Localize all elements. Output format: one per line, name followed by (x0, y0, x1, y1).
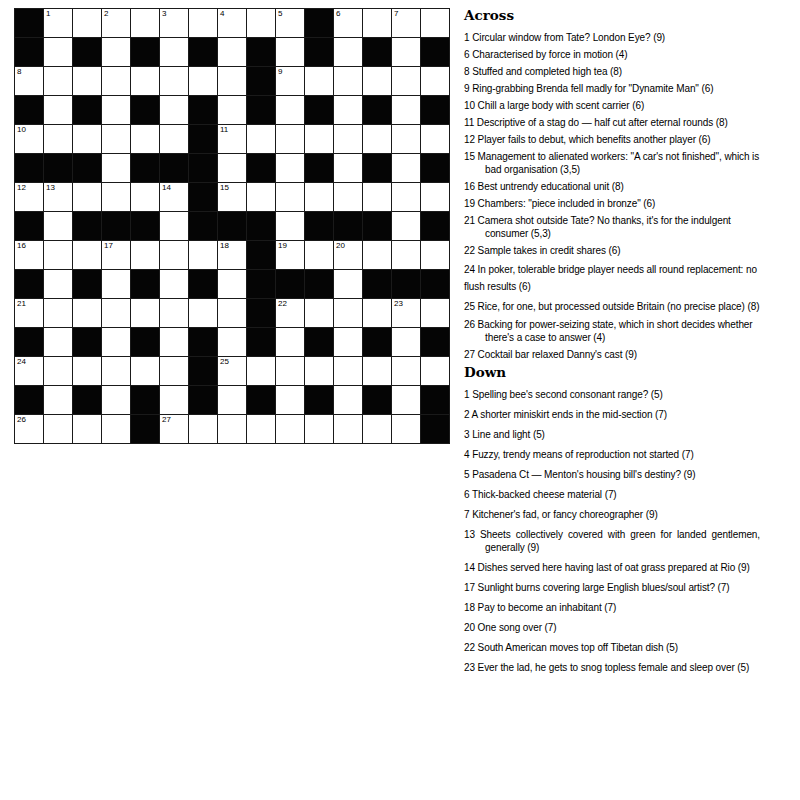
white-cell[interactable] (131, 9, 159, 37)
black-cell (247, 67, 275, 95)
white-cell[interactable] (421, 67, 449, 95)
white-cell[interactable] (305, 67, 333, 95)
black-cell (247, 96, 275, 124)
white-cell[interactable] (276, 183, 304, 211)
black-cell (73, 38, 101, 66)
black-cell (102, 212, 130, 240)
white-cell[interactable] (160, 386, 188, 414)
white-cell[interactable] (218, 328, 246, 356)
white-cell[interactable] (218, 270, 246, 298)
black-cell (189, 386, 217, 414)
black-cell (305, 154, 333, 182)
across-clues: 1 Circular window from Tate? London Eye?… (464, 31, 760, 361)
white-cell[interactable] (363, 241, 391, 269)
white-cell[interactable] (44, 38, 72, 66)
black-cell (334, 212, 362, 240)
white-cell[interactable] (334, 67, 362, 95)
white-cell[interactable] (392, 212, 420, 240)
white-cell[interactable] (218, 386, 246, 414)
white-cell[interactable] (392, 357, 420, 385)
cell-number: 19 (278, 241, 287, 251)
black-cell (363, 154, 391, 182)
black-cell (305, 96, 333, 124)
white-cell[interactable] (305, 125, 333, 153)
white-cell[interactable] (160, 96, 188, 124)
white-cell[interactable] (247, 183, 275, 211)
across-clue-27: 27 Cocktail bar relaxed Danny's cast (9) (464, 348, 760, 361)
white-cell[interactable] (334, 154, 362, 182)
down-clue-22: 22 South American moves top off Tibetan … (464, 641, 760, 654)
white-cell[interactable] (44, 270, 72, 298)
white-cell[interactable] (247, 415, 275, 443)
white-cell[interactable] (218, 96, 246, 124)
white-cell[interactable] (131, 241, 159, 269)
white-cell[interactable]: 26 (15, 415, 43, 443)
across-clue-24: 24 In poker, tolerable bridge player nee… (464, 261, 760, 295)
white-cell[interactable] (276, 386, 304, 414)
black-cell (392, 270, 420, 298)
white-cell[interactable]: 25 (218, 357, 246, 385)
black-cell (189, 328, 217, 356)
black-cell (421, 415, 449, 443)
black-cell (363, 270, 391, 298)
black-cell (131, 154, 159, 182)
white-cell[interactable]: 9 (276, 67, 304, 95)
white-cell[interactable] (218, 299, 246, 327)
white-cell[interactable] (421, 357, 449, 385)
white-cell[interactable] (334, 38, 362, 66)
white-cell[interactable] (276, 38, 304, 66)
white-cell[interactable]: 20 (334, 241, 362, 269)
white-cell[interactable]: 7 (392, 9, 420, 37)
white-cell[interactable] (363, 9, 391, 37)
black-cell (247, 212, 275, 240)
white-cell[interactable] (305, 299, 333, 327)
white-cell[interactable]: 24 (15, 357, 43, 385)
white-cell[interactable] (218, 415, 246, 443)
down-clue-2: 2 A shorter miniskirt ends in the mid-se… (464, 408, 760, 421)
black-cell (15, 270, 43, 298)
white-cell[interactable] (421, 9, 449, 37)
black-cell (305, 9, 333, 37)
crossword-grid: 1234567891011121314151617181920212223242… (14, 8, 450, 444)
white-cell[interactable] (44, 299, 72, 327)
black-cell (73, 96, 101, 124)
cell-number: 21 (17, 299, 26, 309)
black-cell (131, 415, 159, 443)
cell-number: 27 (162, 415, 171, 425)
black-cell (363, 212, 391, 240)
white-cell[interactable]: 23 (392, 299, 420, 327)
black-cell (131, 328, 159, 356)
white-cell[interactable]: 22 (276, 299, 304, 327)
white-cell[interactable]: 13 (44, 183, 72, 211)
white-cell[interactable] (102, 357, 130, 385)
black-cell (305, 212, 333, 240)
black-cell (247, 38, 275, 66)
cell-number: 25 (220, 357, 229, 367)
white-cell[interactable] (334, 386, 362, 414)
black-cell (421, 96, 449, 124)
white-cell[interactable] (131, 357, 159, 385)
cell-number: 23 (394, 299, 403, 309)
black-cell (73, 212, 101, 240)
white-cell[interactable] (363, 415, 391, 443)
cell-number: 14 (162, 183, 171, 193)
black-cell (363, 328, 391, 356)
black-cell (189, 38, 217, 66)
white-cell[interactable] (276, 328, 304, 356)
white-cell[interactable]: 14 (160, 183, 188, 211)
black-cell (218, 212, 246, 240)
white-cell[interactable] (73, 125, 101, 153)
black-cell (421, 386, 449, 414)
cell-number: 26 (17, 415, 26, 425)
across-clue-19: 19 Chambers: "piece included in bronze" … (464, 197, 760, 210)
white-cell[interactable] (392, 125, 420, 153)
white-cell[interactable] (392, 328, 420, 356)
white-cell[interactable]: 10 (15, 125, 43, 153)
across-clue-15: 15 Management to alienated workers: "A c… (464, 150, 760, 176)
white-cell[interactable]: 3 (160, 9, 188, 37)
down-clue-4: 4 Fuzzy, trendy means of reproduction no… (464, 448, 760, 461)
black-cell (247, 154, 275, 182)
white-cell[interactable]: 11 (218, 125, 246, 153)
white-cell[interactable] (392, 96, 420, 124)
white-cell[interactable] (392, 154, 420, 182)
cell-number: 4 (220, 9, 224, 19)
black-cell (189, 125, 217, 153)
white-cell[interactable]: 19 (276, 241, 304, 269)
cell-number: 5 (278, 9, 282, 19)
white-cell[interactable] (73, 357, 101, 385)
black-cell (15, 328, 43, 356)
down-clue-18: 18 Pay to become an inhabitant (7) (464, 601, 760, 614)
black-cell (305, 270, 333, 298)
black-cell (189, 270, 217, 298)
white-cell[interactable] (305, 415, 333, 443)
down-clue-20: 20 One song over (7) (464, 621, 760, 634)
cell-number: 1 (46, 9, 50, 19)
black-cell (15, 154, 43, 182)
cell-number: 16 (17, 241, 26, 251)
white-cell[interactable] (363, 299, 391, 327)
down-clue-14: 14 Dishes served here having last of oat… (464, 561, 760, 574)
down-clue-23: 23 Ever the lad, he gets to snog topless… (464, 661, 760, 674)
white-cell[interactable] (102, 270, 130, 298)
white-cell[interactable] (73, 241, 101, 269)
cell-number: 20 (336, 241, 345, 251)
white-cell[interactable] (247, 125, 275, 153)
black-cell (73, 270, 101, 298)
cell-number: 15 (220, 183, 229, 193)
white-cell[interactable] (73, 183, 101, 211)
white-cell[interactable]: 4 (218, 9, 246, 37)
white-cell[interactable] (160, 270, 188, 298)
white-cell[interactable] (189, 415, 217, 443)
white-cell[interactable] (276, 96, 304, 124)
cell-number: 12 (17, 183, 26, 193)
black-cell (276, 270, 304, 298)
white-cell[interactable] (392, 183, 420, 211)
across-clue-11: 11 Descriptive of a stag do — half cut a… (464, 116, 760, 129)
white-cell[interactable] (334, 357, 362, 385)
black-cell (421, 328, 449, 356)
black-cell (363, 386, 391, 414)
white-cell[interactable]: 8 (15, 67, 43, 95)
black-cell (247, 241, 275, 269)
white-cell[interactable] (276, 212, 304, 240)
black-cell (160, 154, 188, 182)
white-cell[interactable] (44, 212, 72, 240)
black-cell (131, 386, 159, 414)
white-cell[interactable] (334, 125, 362, 153)
white-cell[interactable] (44, 241, 72, 269)
across-heading: Across (464, 8, 760, 23)
white-cell[interactable] (276, 125, 304, 153)
white-cell[interactable] (131, 299, 159, 327)
white-cell[interactable] (334, 183, 362, 211)
white-cell[interactable] (305, 183, 333, 211)
white-cell[interactable] (44, 328, 72, 356)
across-clue-1: 1 Circular window from Tate? London Eye?… (464, 31, 760, 44)
cell-number: 13 (46, 183, 55, 193)
black-cell (189, 96, 217, 124)
down-clues: 1 Spelling bee's second consonant range?… (464, 388, 760, 674)
black-cell (73, 154, 101, 182)
white-cell[interactable] (131, 125, 159, 153)
white-cell[interactable] (334, 270, 362, 298)
black-cell (305, 38, 333, 66)
white-cell[interactable] (305, 357, 333, 385)
black-cell (305, 328, 333, 356)
white-cell[interactable] (189, 241, 217, 269)
white-cell[interactable] (334, 328, 362, 356)
down-clue-13: 13 Sheets collectively covered with gree… (464, 528, 760, 554)
white-cell[interactable] (392, 415, 420, 443)
white-cell[interactable] (160, 125, 188, 153)
white-cell[interactable]: 15 (218, 183, 246, 211)
white-cell[interactable] (276, 415, 304, 443)
white-cell[interactable] (334, 96, 362, 124)
cell-number: 8 (17, 67, 21, 77)
white-cell[interactable] (363, 183, 391, 211)
across-clue-21: 21 Camera shot outside Tate? No thanks, … (464, 214, 760, 240)
black-cell (131, 38, 159, 66)
white-cell[interactable] (44, 415, 72, 443)
across-clue-26: 26 Backing for power-seizing state, whic… (464, 318, 760, 344)
white-cell[interactable] (392, 386, 420, 414)
cell-number: 17 (104, 241, 113, 251)
white-cell[interactable] (247, 357, 275, 385)
white-cell[interactable] (189, 67, 217, 95)
white-cell[interactable] (334, 415, 362, 443)
across-clue-8: 8 Stuffed and completed high tea (8) (464, 65, 760, 78)
across-clue-9: 9 Ring-grabbing Brenda fell madly for "D… (464, 82, 760, 95)
black-cell (363, 96, 391, 124)
black-cell (421, 270, 449, 298)
white-cell[interactable]: 2 (102, 9, 130, 37)
white-cell[interactable] (102, 183, 130, 211)
black-cell (131, 270, 159, 298)
cell-number: 6 (336, 9, 340, 19)
white-cell[interactable] (102, 125, 130, 153)
white-cell[interactable]: 18 (218, 241, 246, 269)
cell-number: 22 (278, 299, 287, 309)
white-cell[interactable] (247, 9, 275, 37)
white-cell[interactable] (131, 183, 159, 211)
white-cell[interactable] (189, 299, 217, 327)
white-cell[interactable] (44, 125, 72, 153)
black-cell (44, 154, 72, 182)
across-clue-12: 12 Player fails to debut, which benefits… (464, 133, 760, 146)
black-cell (421, 38, 449, 66)
black-cell (15, 386, 43, 414)
down-clue-3: 3 Line and light (5) (464, 428, 760, 441)
white-cell[interactable]: 1 (44, 9, 72, 37)
black-cell (189, 357, 217, 385)
white-cell[interactable] (44, 386, 72, 414)
white-cell[interactable] (44, 357, 72, 385)
white-cell[interactable] (73, 299, 101, 327)
white-cell[interactable] (73, 67, 101, 95)
black-cell (15, 212, 43, 240)
white-cell[interactable] (160, 241, 188, 269)
white-cell[interactable] (392, 38, 420, 66)
black-cell (15, 9, 43, 37)
black-cell (131, 212, 159, 240)
across-clue-10: 10 Chill a large body with scent carrier… (464, 99, 760, 112)
black-cell (73, 328, 101, 356)
white-cell[interactable] (392, 67, 420, 95)
white-cell[interactable]: 27 (160, 415, 188, 443)
white-cell[interactable] (102, 415, 130, 443)
white-cell[interactable]: 5 (276, 9, 304, 37)
black-cell (363, 38, 391, 66)
white-cell[interactable] (73, 415, 101, 443)
white-cell[interactable] (421, 299, 449, 327)
white-cell[interactable] (73, 9, 101, 37)
white-cell[interactable] (218, 154, 246, 182)
across-clue-25: 25 Rice, for one, but processed outside … (464, 298, 760, 315)
cell-number: 7 (394, 9, 398, 19)
black-cell (15, 96, 43, 124)
black-cell (189, 212, 217, 240)
black-cell (189, 183, 217, 211)
white-cell[interactable] (363, 357, 391, 385)
black-cell (247, 299, 275, 327)
white-cell[interactable] (44, 67, 72, 95)
down-clue-6: 6 Thick-backed cheese material (7) (464, 488, 760, 501)
white-cell[interactable] (102, 67, 130, 95)
down-heading: Down (464, 365, 760, 380)
black-cell (73, 386, 101, 414)
down-clue-5: 5 Pasadena Ct — Menton's housing bill's … (464, 468, 760, 481)
white-cell[interactable] (160, 357, 188, 385)
white-cell[interactable] (421, 183, 449, 211)
white-cell[interactable] (160, 299, 188, 327)
white-cell[interactable] (102, 38, 130, 66)
white-cell[interactable] (305, 241, 333, 269)
white-cell[interactable] (363, 125, 391, 153)
black-cell (421, 212, 449, 240)
black-cell (15, 38, 43, 66)
white-cell[interactable] (276, 154, 304, 182)
white-cell[interactable] (218, 67, 246, 95)
white-cell[interactable]: 21 (15, 299, 43, 327)
white-cell[interactable] (102, 328, 130, 356)
white-cell[interactable] (102, 96, 130, 124)
cell-number: 3 (162, 9, 166, 19)
white-cell[interactable]: 17 (102, 241, 130, 269)
cell-number: 2 (104, 9, 108, 19)
down-clue-1: 1 Spelling bee's second consonant range?… (464, 388, 760, 401)
cell-number: 18 (220, 241, 229, 251)
white-cell[interactable] (421, 125, 449, 153)
black-cell (189, 154, 217, 182)
white-cell[interactable] (102, 299, 130, 327)
white-cell[interactable] (363, 67, 391, 95)
cell-number: 9 (278, 67, 282, 77)
white-cell[interactable] (218, 38, 246, 66)
black-cell (247, 270, 275, 298)
white-cell[interactable]: 6 (334, 9, 362, 37)
white-cell[interactable] (392, 241, 420, 269)
black-cell (421, 154, 449, 182)
white-cell[interactable]: 16 (15, 241, 43, 269)
across-clue-16: 16 Best untrendy educational unit (8) (464, 180, 760, 193)
cell-number: 11 (220, 125, 228, 135)
cell-number: 10 (17, 125, 26, 135)
cell-number: 24 (17, 357, 26, 367)
black-cell (305, 386, 333, 414)
white-cell[interactable] (131, 67, 159, 95)
white-cell[interactable] (189, 9, 217, 37)
white-cell[interactable] (102, 154, 130, 182)
across-clue-6: 6 Characterised by force in motion (4) (464, 48, 760, 61)
clues-panel: Across 1 Circular window from Tate? Lond… (464, 8, 760, 681)
down-clue-17: 17 Sunlight burns covering large English… (464, 581, 760, 594)
white-cell[interactable] (160, 67, 188, 95)
black-cell (247, 386, 275, 414)
white-cell[interactable] (102, 386, 130, 414)
across-clue-22: 22 Sample takes in credit shares (6) (464, 244, 760, 257)
white-cell[interactable] (160, 328, 188, 356)
white-cell[interactable] (421, 241, 449, 269)
down-clue-7: 7 Kitchener's fad, or fancy choreographe… (464, 508, 760, 521)
white-cell[interactable] (276, 357, 304, 385)
white-cell[interactable] (334, 299, 362, 327)
white-cell[interactable] (160, 212, 188, 240)
black-cell (247, 328, 275, 356)
white-cell[interactable]: 12 (15, 183, 43, 211)
white-cell[interactable] (160, 38, 188, 66)
black-cell (131, 96, 159, 124)
white-cell[interactable] (44, 96, 72, 124)
